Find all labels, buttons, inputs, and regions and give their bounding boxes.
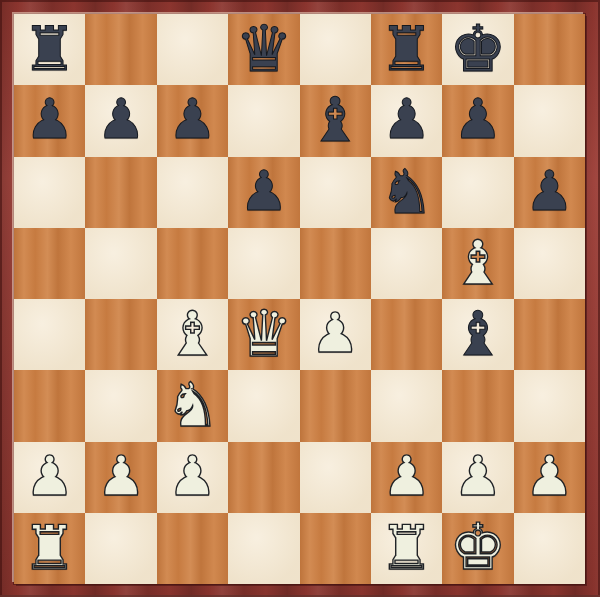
square-e3[interactable] (300, 370, 371, 441)
square-e7[interactable]: ♝ (300, 85, 371, 156)
square-f5[interactable] (371, 228, 442, 299)
square-b4[interactable] (85, 299, 156, 370)
square-h7[interactable] (514, 85, 585, 156)
square-c8[interactable] (157, 14, 228, 85)
square-e4[interactable]: ♟ (300, 299, 371, 370)
black-pawn-piece[interactable]: ♟ (25, 92, 74, 147)
white-pawn-piece[interactable]: ♟ (96, 449, 145, 504)
white-bishop-piece[interactable]: ♝ (165, 303, 220, 364)
square-c6[interactable] (157, 157, 228, 228)
black-king-piece[interactable]: ♚ (449, 17, 506, 81)
square-a5[interactable] (14, 228, 85, 299)
square-g2[interactable]: ♟ (442, 442, 513, 513)
white-pawn-piece[interactable]: ♟ (525, 449, 574, 504)
square-d7[interactable] (228, 85, 299, 156)
white-pawn-piece[interactable]: ♟ (168, 449, 217, 504)
white-queen-piece[interactable]: ♛ (235, 302, 292, 366)
black-pawn-piece[interactable]: ♟ (382, 92, 431, 147)
black-rook-piece[interactable]: ♜ (22, 18, 77, 79)
black-pawn-piece[interactable]: ♟ (168, 92, 217, 147)
square-e6[interactable] (300, 157, 371, 228)
square-a4[interactable] (14, 299, 85, 370)
square-h1[interactable] (514, 513, 585, 584)
square-h4[interactable] (514, 299, 585, 370)
black-pawn-piece[interactable]: ♟ (239, 164, 288, 219)
black-pawn-piece[interactable]: ♟ (453, 92, 502, 147)
square-b8[interactable] (85, 14, 156, 85)
square-c2[interactable]: ♟ (157, 442, 228, 513)
white-king-piece[interactable]: ♚ (449, 515, 506, 579)
square-f3[interactable] (371, 370, 442, 441)
square-b6[interactable] (85, 157, 156, 228)
square-c5[interactable] (157, 228, 228, 299)
square-g1[interactable]: ♚ (442, 513, 513, 584)
black-rook-piece[interactable]: ♜ (379, 18, 434, 79)
square-e8[interactable] (300, 14, 371, 85)
black-queen-piece[interactable]: ♛ (235, 17, 292, 81)
white-pawn-piece[interactable]: ♟ (453, 449, 502, 504)
square-a3[interactable] (14, 370, 85, 441)
black-pawn-piece[interactable]: ♟ (525, 164, 574, 219)
square-b5[interactable] (85, 228, 156, 299)
square-a6[interactable] (14, 157, 85, 228)
square-b7[interactable]: ♟ (85, 85, 156, 156)
square-b1[interactable] (85, 513, 156, 584)
square-f7[interactable]: ♟ (371, 85, 442, 156)
square-g6[interactable] (442, 157, 513, 228)
white-rook-piece[interactable]: ♜ (22, 517, 77, 578)
black-knight-piece[interactable]: ♞ (379, 161, 434, 222)
square-e5[interactable] (300, 228, 371, 299)
square-d5[interactable] (228, 228, 299, 299)
square-f2[interactable]: ♟ (371, 442, 442, 513)
square-a1[interactable]: ♜ (14, 513, 85, 584)
square-h3[interactable] (514, 370, 585, 441)
square-h5[interactable] (514, 228, 585, 299)
square-g4[interactable]: ♝ (442, 299, 513, 370)
square-g5[interactable]: ♝ (442, 228, 513, 299)
black-bishop-piece[interactable]: ♝ (308, 89, 363, 150)
square-d3[interactable] (228, 370, 299, 441)
square-h8[interactable] (514, 14, 585, 85)
square-f6[interactable]: ♞ (371, 157, 442, 228)
square-f4[interactable] (371, 299, 442, 370)
black-bishop-piece[interactable]: ♝ (451, 303, 506, 364)
white-bishop-piece[interactable]: ♝ (451, 232, 506, 293)
square-d6[interactable]: ♟ (228, 157, 299, 228)
white-pawn-piece[interactable]: ♟ (311, 306, 360, 361)
square-h2[interactable]: ♟ (514, 442, 585, 513)
square-d2[interactable] (228, 442, 299, 513)
square-c4[interactable]: ♝ (157, 299, 228, 370)
square-e1[interactable] (300, 513, 371, 584)
square-c1[interactable] (157, 513, 228, 584)
square-h6[interactable]: ♟ (514, 157, 585, 228)
white-pawn-piece[interactable]: ♟ (25, 449, 74, 504)
square-e2[interactable] (300, 442, 371, 513)
square-c3[interactable]: ♞ (157, 370, 228, 441)
square-d8[interactable]: ♛ (228, 14, 299, 85)
square-c7[interactable]: ♟ (157, 85, 228, 156)
square-b3[interactable] (85, 370, 156, 441)
square-d4[interactable]: ♛ (228, 299, 299, 370)
square-b2[interactable]: ♟ (85, 442, 156, 513)
square-a7[interactable]: ♟ (14, 85, 85, 156)
white-knight-piece[interactable]: ♞ (165, 374, 220, 435)
square-f1[interactable]: ♜ (371, 513, 442, 584)
board-frame: ♜♛♜♚♟♟♟♝♟♟♟♞♟♝♝♛♟♝♞♟♟♟♟♟♟♜♜♚ (0, 0, 600, 597)
square-f8[interactable]: ♜ (371, 14, 442, 85)
white-pawn-piece[interactable]: ♟ (382, 449, 431, 504)
black-pawn-piece[interactable]: ♟ (96, 92, 145, 147)
square-g3[interactable] (442, 370, 513, 441)
square-d1[interactable] (228, 513, 299, 584)
white-rook-piece[interactable]: ♜ (379, 517, 434, 578)
square-a8[interactable]: ♜ (14, 14, 85, 85)
chess-board: ♜♛♜♚♟♟♟♝♟♟♟♞♟♝♝♛♟♝♞♟♟♟♟♟♟♜♜♚ (14, 14, 585, 584)
square-g8[interactable]: ♚ (442, 14, 513, 85)
square-g7[interactable]: ♟ (442, 85, 513, 156)
square-a2[interactable]: ♟ (14, 442, 85, 513)
